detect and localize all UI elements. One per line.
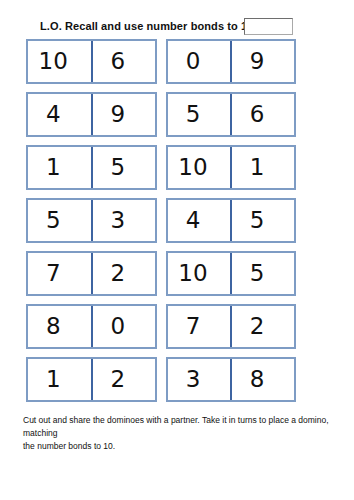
domino-12: 7 2 bbox=[166, 304, 296, 349]
domino-right-half: 5 bbox=[232, 200, 294, 241]
domino-1: 10 6 bbox=[26, 39, 157, 84]
domino-left-half: 10 bbox=[28, 41, 93, 82]
domino-right-half: 6 bbox=[93, 41, 156, 82]
instructions-line-2: the number bonds to 10. bbox=[23, 440, 345, 453]
domino-number: 0 bbox=[110, 315, 125, 338]
domino-number: 8 bbox=[250, 368, 265, 391]
domino-left-half: 7 bbox=[28, 253, 93, 294]
domino-number: 1 bbox=[250, 156, 265, 179]
domino-left-half: 4 bbox=[168, 200, 232, 241]
domino-left-half: 7 bbox=[168, 306, 232, 347]
domino-8: 4 5 bbox=[166, 198, 296, 243]
domino-number: 6 bbox=[110, 50, 125, 73]
worksheet-page: L.O. Recall and use number bonds to 10. … bbox=[0, 0, 354, 500]
domino-left-half: 3 bbox=[168, 359, 232, 400]
domino-number: 6 bbox=[250, 103, 265, 126]
domino-number: 10 bbox=[178, 262, 207, 285]
domino-left-half: 4 bbox=[28, 94, 93, 135]
domino-right-half: 5 bbox=[232, 253, 294, 294]
domino-right-half: 3 bbox=[93, 200, 156, 241]
domino-right-half: 2 bbox=[93, 359, 156, 400]
domino-14: 3 8 bbox=[166, 357, 296, 402]
domino-right-half: 2 bbox=[93, 253, 156, 294]
domino-right-half: 6 bbox=[232, 94, 294, 135]
domino-left-half: 1 bbox=[28, 147, 93, 188]
domino-left-half: 8 bbox=[28, 306, 93, 347]
domino-right-half: 9 bbox=[232, 41, 294, 82]
domino-2: 0 9 bbox=[166, 39, 296, 84]
domino-13: 1 2 bbox=[26, 357, 157, 402]
domino-6: 10 1 bbox=[166, 145, 296, 190]
domino-left-half: 0 bbox=[168, 41, 232, 82]
domino-right-half: 2 bbox=[232, 306, 294, 347]
domino-right-half: 9 bbox=[93, 94, 156, 135]
domino-4: 5 6 bbox=[166, 92, 296, 137]
dominoes-grid: 10 6 0 9 4 9 5 6 1 5 10 1 5 3 4 5 bbox=[26, 39, 296, 402]
assessment-box bbox=[244, 18, 293, 35]
lesson-objective-title: L.O. Recall and use number bonds to 10. bbox=[40, 20, 257, 32]
domino-number: 5 bbox=[250, 209, 265, 232]
domino-right-half: 1 bbox=[232, 147, 294, 188]
domino-10: 10 5 bbox=[166, 251, 296, 296]
domino-left-half: 5 bbox=[168, 94, 232, 135]
domino-number: 7 bbox=[186, 315, 201, 338]
domino-number: 9 bbox=[250, 50, 265, 73]
domino-number: 2 bbox=[110, 368, 125, 391]
domino-left-half: 10 bbox=[168, 147, 232, 188]
domino-number: 3 bbox=[186, 368, 201, 391]
domino-left-half: 10 bbox=[168, 253, 232, 294]
domino-number: 1 bbox=[46, 156, 61, 179]
domino-number: 0 bbox=[186, 50, 201, 73]
domino-left-half: 1 bbox=[28, 359, 93, 400]
domino-number: 4 bbox=[186, 209, 201, 232]
domino-number: 5 bbox=[110, 156, 125, 179]
domino-number: 5 bbox=[250, 262, 265, 285]
domino-number: 10 bbox=[39, 50, 68, 73]
domino-left-half: 5 bbox=[28, 200, 93, 241]
domino-number: 5 bbox=[46, 209, 61, 232]
domino-number: 2 bbox=[250, 315, 265, 338]
instructions-line-1: Cut out and share the dominoes with a pa… bbox=[23, 414, 345, 440]
domino-right-half: 0 bbox=[93, 306, 156, 347]
domino-number: 9 bbox=[110, 103, 125, 126]
domino-number: 4 bbox=[46, 103, 61, 126]
domino-5: 1 5 bbox=[26, 145, 157, 190]
domino-right-half: 8 bbox=[232, 359, 294, 400]
domino-number: 2 bbox=[110, 262, 125, 285]
domino-number: 7 bbox=[46, 262, 61, 285]
domino-number: 10 bbox=[178, 156, 207, 179]
domino-number: 5 bbox=[186, 103, 201, 126]
domino-number: 8 bbox=[46, 315, 61, 338]
domino-7: 5 3 bbox=[26, 198, 157, 243]
instructions-text: Cut out and share the dominoes with a pa… bbox=[23, 414, 345, 453]
domino-number: 1 bbox=[46, 368, 61, 391]
domino-11: 8 0 bbox=[26, 304, 157, 349]
domino-3: 4 9 bbox=[26, 92, 157, 137]
domino-right-half: 5 bbox=[93, 147, 156, 188]
domino-number: 3 bbox=[110, 209, 125, 232]
domino-9: 7 2 bbox=[26, 251, 157, 296]
